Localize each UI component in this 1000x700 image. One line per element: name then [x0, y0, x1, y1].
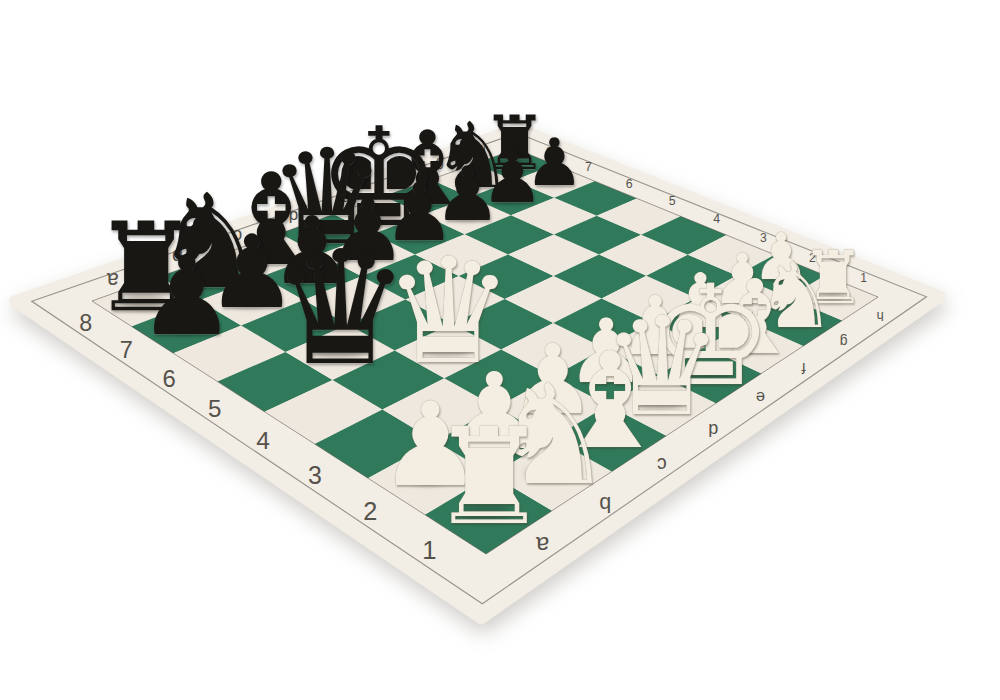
rank-label-left-4: 4	[256, 427, 270, 454]
piece-black-pawn-a7: ♟	[138, 242, 236, 352]
rank-label-right-7: 7	[585, 160, 592, 174]
rank-label-right-4: 4	[713, 212, 720, 226]
piece-white-rook-a1: ♜	[429, 410, 549, 543]
rank-label-left-5: 5	[208, 395, 221, 422]
file-label-near-g: g	[840, 334, 848, 350]
rank-label-right-6: 6	[626, 177, 633, 191]
rank-label-left-7: 7	[120, 337, 133, 363]
piece-black-extra-queen-b5: ♛	[270, 230, 411, 388]
rank-label-left-3: 3	[308, 461, 322, 489]
file-label-near-h: h	[877, 309, 884, 324]
rank-label-left-6: 6	[162, 365, 175, 392]
rank-label-left-2: 2	[363, 497, 377, 525]
chess-set-photo: aabbccddeeffgghh8877665544332211♜♞♝♛♚♝♞♜…	[0, 0, 1000, 700]
rank-label-right-5: 5	[669, 194, 676, 208]
